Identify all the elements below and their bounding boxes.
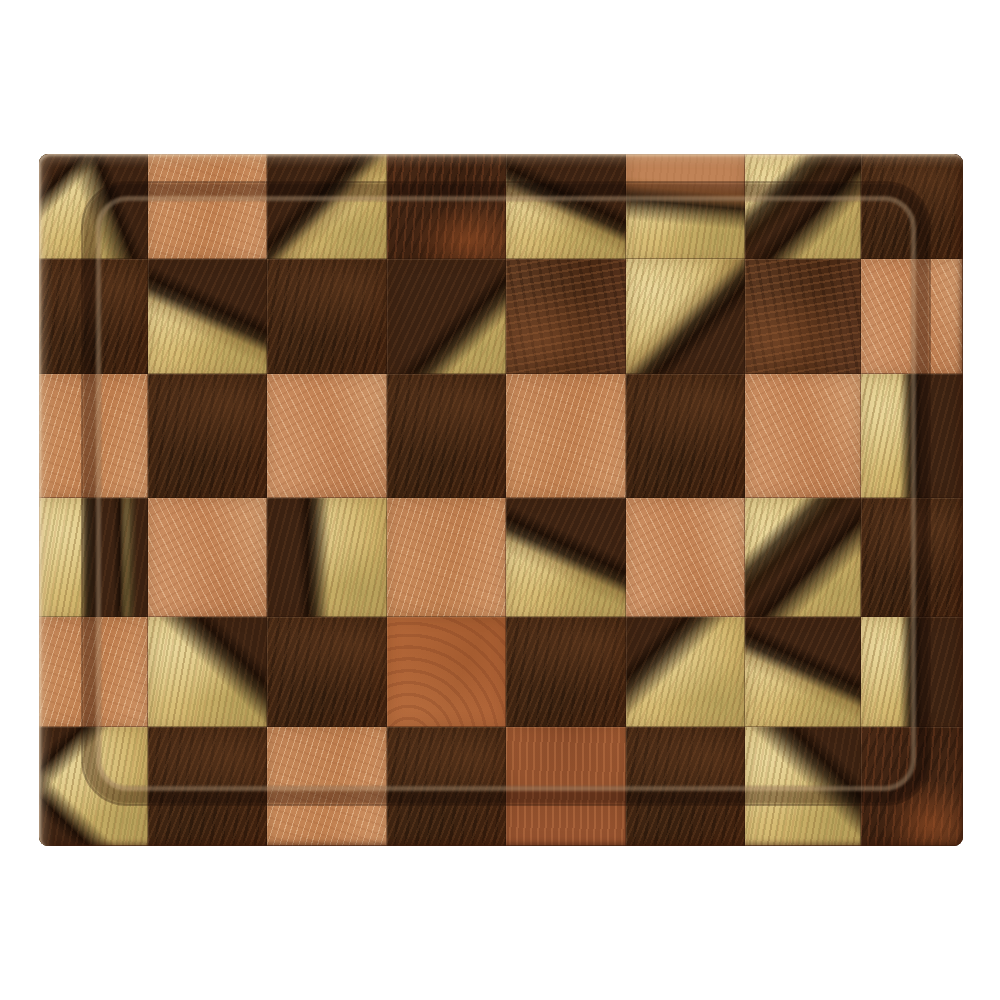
board-cell bbox=[506, 727, 626, 846]
board-cell bbox=[861, 498, 963, 617]
board-cell bbox=[148, 259, 267, 374]
board-cell bbox=[861, 374, 963, 498]
board-cell bbox=[861, 617, 963, 727]
board-cell bbox=[626, 154, 745, 259]
board-cell bbox=[267, 727, 387, 846]
cutting-board bbox=[39, 154, 963, 846]
photo-background bbox=[0, 0, 1000, 1000]
board-cell bbox=[39, 154, 148, 259]
board-cell bbox=[148, 374, 267, 498]
board-cell bbox=[861, 154, 963, 259]
board-cell bbox=[626, 259, 745, 374]
board-cell bbox=[387, 727, 506, 846]
board-cell bbox=[267, 154, 387, 259]
board-cell bbox=[267, 498, 387, 617]
board-cell bbox=[506, 374, 626, 498]
board-cell bbox=[39, 374, 148, 498]
board-cell bbox=[39, 617, 148, 727]
board-cell bbox=[267, 259, 387, 374]
board-cell bbox=[745, 617, 861, 727]
board-cell bbox=[39, 259, 148, 374]
board-cell bbox=[745, 259, 861, 374]
board-cell bbox=[626, 498, 745, 617]
board-cell bbox=[267, 617, 387, 727]
board-cell bbox=[506, 498, 626, 617]
board-cell bbox=[861, 727, 963, 846]
board-cell bbox=[745, 154, 861, 259]
board-cell bbox=[148, 617, 267, 727]
board-cell bbox=[148, 727, 267, 846]
board-cell bbox=[148, 154, 267, 259]
board-cell bbox=[861, 259, 963, 374]
board-cell bbox=[148, 498, 267, 617]
board-cell bbox=[267, 374, 387, 498]
board-cell bbox=[626, 374, 745, 498]
board-cell bbox=[39, 498, 148, 617]
board-cell bbox=[387, 259, 506, 374]
board-cell bbox=[387, 374, 506, 498]
board-cell bbox=[39, 727, 148, 846]
board-cell bbox=[745, 498, 861, 617]
board-cell bbox=[387, 154, 506, 259]
board-cell bbox=[626, 727, 745, 846]
board-cell bbox=[387, 498, 506, 617]
board-cell bbox=[626, 617, 745, 727]
board-cell bbox=[506, 259, 626, 374]
board-cell bbox=[745, 374, 861, 498]
board-cell bbox=[506, 154, 626, 259]
board-cell bbox=[387, 617, 506, 727]
board-cell bbox=[745, 727, 861, 846]
board-cell bbox=[506, 617, 626, 727]
